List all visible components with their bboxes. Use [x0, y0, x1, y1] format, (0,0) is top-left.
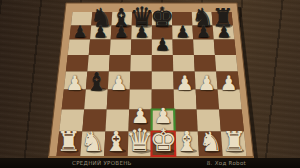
piece-white-bishop-f1[interactable]: ♝	[175, 128, 199, 155]
piece-white-pawn-a3[interactable]: ♟	[66, 73, 84, 93]
piece-white-knight-g1[interactable]: ♞	[199, 128, 223, 155]
piece-white-pawn-c3[interactable]: ♟	[110, 73, 128, 93]
piece-black-king-e8[interactable]: ♚	[150, 3, 174, 30]
piece-white-pawn-f3[interactable]: ♟	[176, 73, 194, 93]
piece-black-pawn-b7[interactable]: ♟	[93, 24, 107, 40]
piece-white-rook-h1[interactable]: ♜	[222, 128, 246, 155]
status-bar: СРЕДНИЙ УРОВЕНЬ 8. Ход Robot	[0, 158, 300, 168]
piece-black-pawn-d7[interactable]: ♟	[134, 24, 148, 40]
difficulty-label: СРЕДНИЙ УРОВЕНЬ	[72, 160, 132, 166]
piece-black-pawn-g7[interactable]: ♟	[196, 24, 210, 40]
chess-app-screen: abcdefgh ♞♝♛♚♞♜♟♟♟♟♟♟♟♟♝♟♟♟♟♟♟♟♜♞♝♛♚♝♞♜ …	[0, 0, 300, 168]
piece-white-king-e1[interactable]: ♚	[149, 125, 177, 156]
piece-black-pawn-f7[interactable]: ♟	[176, 24, 190, 40]
piece-white-pawn-g3[interactable]: ♟	[198, 73, 216, 93]
piece-white-knight-b1[interactable]: ♞	[80, 128, 104, 155]
piece-black-pawn-c7[interactable]: ♟	[114, 24, 128, 40]
piece-black-pawn-a7[interactable]: ♟	[73, 24, 87, 40]
piece-white-rook-a1[interactable]: ♜	[57, 128, 81, 155]
piece-black-pawn-e6[interactable]: ♟	[155, 36, 170, 53]
turn-indicator: 8. Ход Robot	[207, 160, 246, 166]
piece-white-pawn-h3[interactable]: ♟	[220, 73, 238, 93]
piece-white-bishop-c1[interactable]: ♝	[104, 128, 128, 155]
piece-black-bishop-b3[interactable]: ♝	[86, 69, 108, 94]
piece-black-pawn-h7[interactable]: ♟	[217, 24, 231, 40]
